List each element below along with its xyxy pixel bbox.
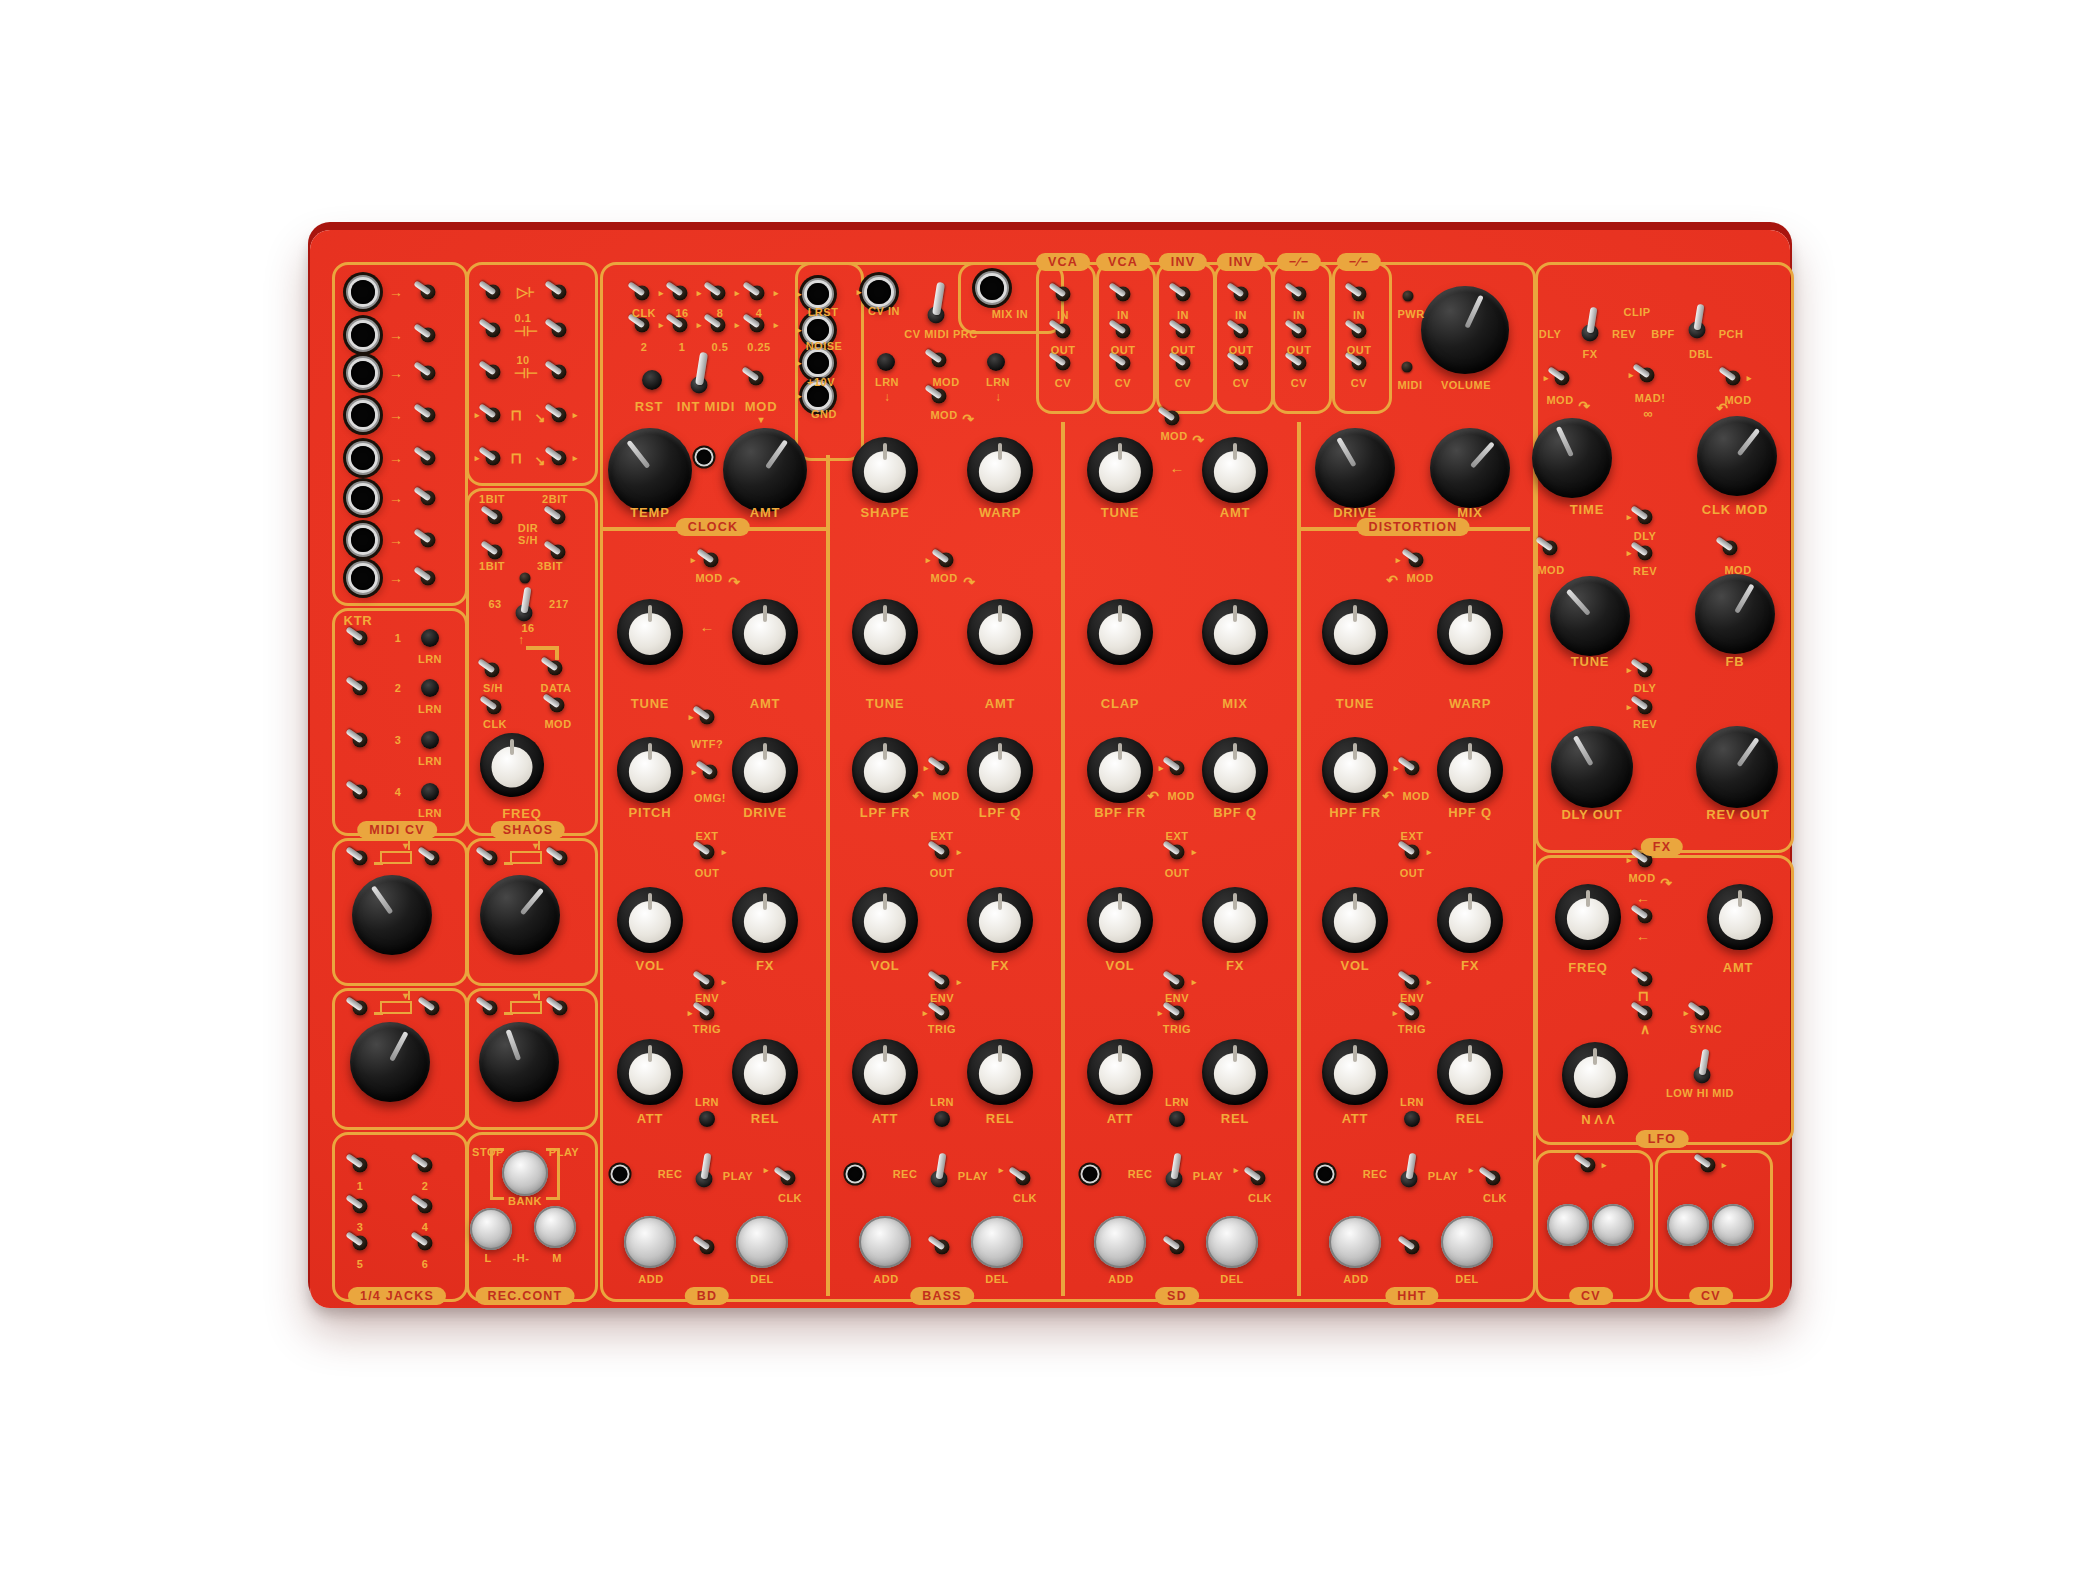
arrow-icon: ▸ — [1469, 1165, 1474, 1175]
mod-cw-icon: ↷ — [963, 574, 975, 590]
bd-seq-jack[interactable] — [613, 1167, 628, 1182]
cv2-button-right[interactable] — [1712, 1204, 1754, 1246]
bd-adddel-switch[interactable] — [692, 1232, 722, 1262]
util-badge-1: VCA — [1036, 253, 1090, 271]
patch-jack-3[interactable] — [351, 361, 375, 385]
sd-badge: SD — [1155, 1287, 1199, 1305]
mod-ccw-icon: ↶ — [1147, 788, 1159, 804]
bd-trig-label: TRIG — [693, 1023, 721, 1035]
fx-rev-out-knob[interactable] — [1696, 726, 1778, 808]
patch-switch-3[interactable] — [413, 358, 443, 388]
fx-tune-mod-switch[interactable] — [1535, 533, 1565, 563]
sd-rec-play-toggle[interactable] — [1157, 1152, 1191, 1196]
aux-jack-1[interactable] — [807, 283, 829, 305]
capacitor-icon: ⊣⊢ — [514, 323, 538, 339]
hht-seq-jack[interactable] — [1318, 1167, 1333, 1182]
patch-jack-7[interactable] — [351, 528, 375, 552]
dbl-label: DBL — [1689, 348, 1713, 360]
h-label: -H- — [513, 1252, 530, 1264]
spot2-switch-left[interactable] — [475, 993, 505, 1023]
clk-mod-label: CLK MOD — [1702, 502, 1768, 517]
lfo-shape-knob[interactable] — [1562, 1042, 1628, 1108]
util1-in-switch[interactable] — [1048, 279, 1078, 309]
bass-row3-left-knob[interactable] — [852, 737, 918, 803]
hht-lrn-button[interactable] — [1404, 1111, 1420, 1127]
sd-att-knob[interactable] — [1087, 1039, 1153, 1105]
pot1-switch-left[interactable] — [345, 843, 375, 873]
bd-row3-left-knob[interactable] — [617, 737, 683, 803]
in-label: IN — [1293, 309, 1305, 321]
arrow-icon: ▸ — [1627, 512, 1632, 522]
arrow-icon: ▸ — [735, 320, 740, 330]
quarter-jack-num: 3 — [357, 1221, 364, 1233]
bass-mod-switch-a[interactable] — [931, 545, 961, 575]
bass-mod-switch-b[interactable] — [927, 753, 957, 783]
bass-att-knob[interactable] — [852, 1039, 918, 1105]
shaos-pot-knob-1[interactable] — [480, 875, 560, 955]
patch-switch-4[interactable] — [413, 400, 443, 430]
util-badge-5: −∕− — [1277, 253, 1321, 271]
arrow-icon: ▸ — [774, 320, 779, 330]
bd-clk-switch[interactable] — [773, 1163, 803, 1193]
hht-row3-left-knob[interactable] — [1322, 737, 1388, 803]
bass-vol-knob[interactable] — [852, 887, 918, 953]
sd-ext-label: EXT — [1166, 830, 1189, 842]
sd-row1-right-knob[interactable] — [1202, 437, 1268, 503]
patch-jack-2[interactable] — [351, 323, 375, 347]
sd-adddel-switch[interactable] — [1162, 1232, 1192, 1262]
bd-rel-knob[interactable] — [732, 1039, 798, 1105]
arrow-icon: ▸ — [797, 325, 802, 335]
cv-lrn-button-left[interactable] — [877, 353, 895, 371]
patch-switch-6[interactable] — [413, 483, 443, 513]
route-arrow-icon: → — [389, 407, 403, 423]
int-midi-toggle[interactable] — [682, 358, 716, 402]
ktr-lrn-button-4[interactable] — [421, 783, 439, 801]
cv-lrn-button-right[interactable] — [987, 353, 1005, 371]
down-arrow-icon: ↓ — [995, 390, 1001, 404]
route-arrow-icon: → — [389, 327, 403, 343]
bd-row3-right-knob[interactable] — [732, 737, 798, 803]
patch-switch-7[interactable] — [413, 525, 443, 555]
ktr-lrn-button-3[interactable] — [421, 731, 439, 749]
lfo-shapes-icon: N Λ Λ — [1581, 1112, 1614, 1127]
arrow-icon: ▸ — [857, 287, 862, 297]
cv1-button-right[interactable] — [1592, 1204, 1634, 1246]
patch-jack-8[interactable] — [351, 566, 375, 590]
arrow-icon: ▸ — [1544, 373, 1549, 383]
bass-ext-label: EXT — [931, 830, 954, 842]
mix-in-jack[interactable] — [980, 276, 1004, 300]
in-label: IN — [1177, 309, 1189, 321]
bass-row2-left-label: TUNE — [866, 696, 905, 711]
hht-del-button[interactable] — [1441, 1216, 1493, 1268]
arrow-icon: ▸ — [475, 410, 480, 420]
matrix-switch-r4[interactable] — [544, 400, 574, 430]
bit-label: 3BIT — [537, 560, 563, 572]
bd-att-knob[interactable] — [617, 1039, 683, 1105]
sd-clk-switch[interactable] — [1243, 1163, 1273, 1193]
out-label: OUT — [1287, 344, 1312, 356]
bass-seq-jack[interactable] — [848, 1167, 863, 1182]
route-arrow-icon: → — [389, 284, 403, 300]
ktr-num-4: 4 — [395, 786, 402, 798]
sh-label: S/H — [483, 682, 503, 694]
fx-rev-switch-1[interactable] — [1630, 538, 1660, 568]
aux-jack-2[interactable] — [807, 319, 829, 341]
cv1-button-left[interactable] — [1547, 1204, 1589, 1246]
bd-amt-knob[interactable] — [723, 428, 807, 512]
matrix-switch-l1[interactable] — [478, 277, 508, 307]
sd-row2-left-knob[interactable] — [1087, 599, 1153, 665]
shaos-led — [520, 573, 531, 584]
clock-div-label: 16 — [675, 307, 688, 319]
route-arrow-icon: → — [389, 365, 403, 381]
matrix-switch-r2[interactable] — [544, 315, 574, 345]
shaos-mod-switch[interactable] — [542, 690, 572, 720]
mod-label: MOD — [544, 718, 571, 730]
aux-jack-4[interactable] — [807, 385, 829, 407]
aux-jack-3[interactable] — [807, 352, 829, 374]
patch-switch-1[interactable] — [413, 277, 443, 307]
bass-add-button[interactable] — [859, 1216, 911, 1268]
hht-adddel-switch[interactable] — [1397, 1232, 1427, 1262]
fx-label: FX — [1582, 348, 1597, 360]
ktr-lrn-button-1[interactable] — [421, 629, 439, 647]
cv2-switch[interactable] — [1693, 1150, 1723, 1180]
fx-mod-switch-right[interactable] — [1718, 363, 1748, 393]
bass-row1-right-knob[interactable] — [967, 437, 1033, 503]
arrow-icon: ▸ — [1427, 847, 1432, 857]
quarter-jack-switch-4[interactable] — [410, 1191, 440, 1221]
pot2-switch-right[interactable] — [417, 993, 447, 1023]
shaos-pot-knob-2[interactable] — [479, 1022, 559, 1102]
mod-label: MOD — [1628, 872, 1655, 884]
lfo-amt-knob[interactable] — [1707, 884, 1773, 950]
bd-row2-right-knob[interactable] — [732, 599, 798, 665]
midi-cv-badge: MIDI CV — [357, 821, 437, 839]
ktr-switch-4[interactable] — [345, 777, 375, 807]
sd-row2-right-knob[interactable] — [1202, 599, 1268, 665]
fx-mad-switch[interactable] — [1632, 360, 1662, 390]
fx-bpf-pch-toggle[interactable] — [1680, 303, 1714, 347]
mod-cw-icon: ↷ — [1660, 875, 1672, 891]
sd-fx-knob[interactable] — [1202, 887, 1268, 953]
bd-rec-label: REC — [658, 1168, 683, 1180]
fx-dly-switch-1[interactable] — [1630, 502, 1660, 532]
out-label: OUT — [1111, 344, 1136, 356]
lfo-range-toggle[interactable] — [1685, 1048, 1719, 1092]
matrix-switch-l5[interactable] — [478, 443, 508, 473]
arrow-icon: ▸ — [735, 288, 740, 298]
bass-row2-left-knob[interactable] — [852, 599, 918, 665]
hht-row2-left-label: TUNE — [1336, 696, 1375, 711]
cv1-switch[interactable] — [1573, 1150, 1603, 1180]
bass-row3-right-knob[interactable] — [967, 737, 1033, 803]
capacitor-icon: ⊣⊢ — [514, 365, 538, 381]
matrix-switch-l2[interactable] — [478, 315, 508, 345]
spot2-switch-right[interactable] — [545, 993, 575, 1023]
quarter-jack-switch-3[interactable] — [345, 1191, 375, 1221]
bd-play-label: PLAY — [723, 1170, 753, 1182]
bass-rec-play-toggle[interactable] — [922, 1152, 956, 1196]
hht-play-label: PLAY — [1428, 1170, 1458, 1182]
arrow-icon: ▸ — [689, 712, 694, 722]
bit-switch-2[interactable] — [543, 502, 573, 532]
arrow-icon: ▸ — [691, 555, 696, 565]
ktr-switch-2[interactable] — [345, 673, 375, 703]
bd-mod-switch-a[interactable] — [696, 545, 726, 575]
arrow-icon: ▸ — [697, 288, 702, 298]
sd-row3-left-knob[interactable] — [1087, 737, 1153, 803]
sd-vol-knob[interactable] — [1087, 887, 1153, 953]
decay-icon: ↘ — [535, 410, 546, 425]
hht-drive-knob[interactable] — [1315, 428, 1395, 508]
bass-play-label: PLAY — [958, 1170, 988, 1182]
cv-label: CV — [1115, 377, 1131, 389]
lfo-freq-knob[interactable] — [1555, 884, 1621, 950]
midi-label: MIDI — [1397, 379, 1422, 391]
bass-out-label: OUT — [930, 867, 955, 879]
arrow-left-icon: ← — [1170, 459, 1185, 476]
bit-switch-1[interactable] — [480, 502, 510, 532]
hht-mix-knob[interactable] — [1430, 428, 1510, 508]
int-midi-label: INT MIDI — [677, 399, 735, 414]
hht-clk-label: CLK — [1483, 1192, 1507, 1204]
bass-rel-knob[interactable] — [967, 1039, 1033, 1105]
patch-jack-5[interactable] — [351, 446, 375, 470]
hht-row3-right-label: HPF Q — [1448, 805, 1492, 820]
bd-add-button[interactable] — [624, 1216, 676, 1268]
hht-mod-switch-a[interactable] — [1401, 545, 1431, 575]
cv-label: CV — [1055, 377, 1071, 389]
bd-del-button[interactable] — [736, 1216, 788, 1268]
shaos-sh-switch[interactable] — [477, 655, 507, 685]
hht-vol-knob[interactable] — [1322, 887, 1388, 953]
arrow-icon: ▸ — [688, 1008, 693, 1018]
dly-label: DLY — [1634, 530, 1657, 542]
bass-clk-switch[interactable] — [1008, 1163, 1038, 1193]
shaos-badge: SHAOS — [491, 821, 565, 839]
fx-fb-knob[interactable] — [1695, 574, 1775, 654]
bd-wtf-switch[interactable] — [692, 702, 722, 732]
bd-temp-knob[interactable] — [608, 428, 692, 512]
aux-jack-strip-box — [795, 262, 864, 461]
sd-del-button[interactable] — [1206, 1216, 1258, 1268]
hht-att-label: ATT — [1342, 1111, 1369, 1126]
sd-rec-label: REC — [1128, 1168, 1153, 1180]
matrix-switch-l3[interactable] — [478, 357, 508, 387]
arrow-icon: ▸ — [764, 1165, 769, 1175]
patch-switch-2[interactable] — [413, 320, 443, 350]
divider-line — [826, 455, 830, 1296]
clock-div-switch-a4[interactable] — [742, 278, 772, 308]
arrow-left-icon: ← — [700, 618, 715, 635]
patch-jack-4[interactable] — [351, 403, 375, 427]
bd-top-jack[interactable] — [697, 450, 712, 465]
bass-lrn-button[interactable] — [934, 1111, 950, 1127]
fx-clk-mod-knob[interactable] — [1697, 416, 1777, 496]
hht-env-label: ENV — [1400, 992, 1424, 1004]
clock-div-switch-a1[interactable] — [627, 278, 657, 308]
clock-div-switch-a2[interactable] — [665, 278, 695, 308]
patch-jack-6[interactable] — [351, 486, 375, 510]
tune-label: TUNE — [1571, 654, 1610, 669]
util6-in-switch[interactable] — [1344, 279, 1374, 309]
cv-in-jack[interactable] — [867, 280, 891, 304]
quarter-jack-switch-2[interactable] — [410, 1150, 440, 1180]
lrn-label: LRN — [986, 376, 1010, 388]
ktr-num-1: 1 — [395, 632, 402, 644]
quarter-jacks-badge: 1/4 JACKS — [348, 1287, 446, 1305]
hht-clk-switch[interactable] — [1478, 1163, 1508, 1193]
bass-row2-right-knob[interactable] — [967, 599, 1033, 665]
rec-l-button[interactable] — [470, 1208, 512, 1250]
ktr-lrn-label: LRN — [418, 807, 442, 819]
bass-row1-left-knob[interactable] — [852, 437, 918, 503]
patch-jack-1[interactable] — [351, 280, 375, 304]
clk-label: CLK — [483, 718, 507, 730]
util2-in-switch[interactable] — [1108, 279, 1138, 309]
clock-rst-button[interactable] — [642, 370, 662, 390]
distortion-badge: DISTORTION — [1357, 518, 1470, 536]
fx-mod-switch-left[interactable] — [1547, 363, 1577, 393]
hht-att-knob[interactable] — [1322, 1039, 1388, 1105]
patch-jacks-box — [332, 262, 468, 606]
hht-row2-left-knob[interactable] — [1322, 599, 1388, 665]
in-label: IN — [1235, 309, 1247, 321]
sd-row3-right-knob[interactable] — [1202, 737, 1268, 803]
rec-m-button[interactable] — [534, 1206, 576, 1248]
out-label: OUT — [1051, 344, 1076, 356]
bd-fx-knob[interactable] — [732, 887, 798, 953]
clock-div-switch-a3[interactable] — [703, 278, 733, 308]
cv-pot-knob-2[interactable] — [350, 1022, 430, 1102]
arrow-icon: ▸ — [1627, 855, 1632, 865]
pulse-icon: ⊓ — [1638, 988, 1649, 1004]
sd-rel-knob[interactable] — [1202, 1039, 1268, 1105]
bass-adddel-switch[interactable] — [927, 1232, 957, 1262]
sd-row1-left-knob[interactable] — [1087, 437, 1153, 503]
shaos-freq-knob[interactable] — [480, 733, 544, 797]
spot1-switch-left[interactable] — [475, 843, 505, 873]
cv-mod-switch-1[interactable] — [924, 345, 954, 375]
patch-switch-5[interactable] — [413, 443, 443, 473]
sd-seq-jack[interactable] — [1083, 1167, 1098, 1182]
hht-rel-knob[interactable] — [1437, 1039, 1503, 1105]
matrix-switch-r5[interactable] — [544, 443, 574, 473]
noise-label: NOISE — [806, 340, 843, 352]
cv2-button-left[interactable] — [1667, 1204, 1709, 1246]
bd-omg-switch[interactable] — [695, 757, 725, 787]
arrow-icon: ▸ — [957, 977, 962, 987]
bank-button[interactable] — [502, 1150, 548, 1196]
shaos-data-switch[interactable] — [540, 653, 570, 683]
sd-row3-left-label: BPF FR — [1094, 805, 1146, 820]
quarter-jack-num: 5 — [357, 1258, 364, 1270]
bass-fx-knob[interactable] — [967, 887, 1033, 953]
in-label: IN — [1353, 309, 1365, 321]
out-label: OUT — [1229, 344, 1254, 356]
hht-row2-right-knob[interactable] — [1437, 599, 1503, 665]
util4-in-switch[interactable] — [1226, 279, 1256, 309]
hht-mod-switch-b[interactable] — [1397, 753, 1427, 783]
pwr-led — [1403, 291, 1414, 302]
quarter-jack-switch-1[interactable] — [345, 1150, 375, 1180]
dly-out-label: DLY OUT — [1561, 807, 1622, 822]
bit-label: 1BIT — [479, 560, 505, 572]
ktr-switch-1[interactable] — [345, 623, 375, 653]
cv-midi-prc-toggle[interactable] — [919, 288, 953, 332]
hht-del-label: DEL — [1455, 1273, 1479, 1285]
volume-knob[interactable] — [1421, 286, 1509, 374]
m-label: M — [552, 1252, 562, 1264]
sd-lrn-button[interactable] — [1169, 1111, 1185, 1127]
fx-dly-switch-2[interactable] — [1630, 655, 1660, 685]
spot1-switch-right[interactable] — [545, 843, 575, 873]
patch-switch-8[interactable] — [413, 563, 443, 593]
ktr-lrn-button-2[interactable] — [421, 679, 439, 697]
arrow-icon: ▸ — [659, 288, 664, 298]
hht-fx-label: FX — [1461, 958, 1479, 973]
ktr-num-2: 2 — [395, 682, 402, 694]
bd-rec-play-toggle[interactable] — [687, 1152, 721, 1196]
bd-vol-knob[interactable] — [617, 887, 683, 953]
clock-div-label: 8 — [717, 307, 724, 319]
mod-cw-icon: ↷ — [1578, 398, 1590, 414]
arrow-icon: ▸ — [1684, 1008, 1689, 1018]
arrow-icon: ▸ — [573, 453, 578, 463]
fx-dly-rev-toggle[interactable] — [1573, 306, 1607, 350]
arrow-icon: ▸ — [659, 320, 664, 330]
fx-tune-knob[interactable] — [1550, 576, 1630, 656]
hht-add-button[interactable] — [1329, 1216, 1381, 1268]
bd-lrn-button[interactable] — [699, 1111, 715, 1127]
hht-row3-right-knob[interactable] — [1437, 737, 1503, 803]
clock-mod-switch[interactable] — [741, 363, 771, 393]
ktr-switch-3[interactable] — [345, 725, 375, 755]
cv-label: CV — [1233, 377, 1249, 389]
util5-in-switch[interactable] — [1284, 279, 1314, 309]
sh-label: S/H — [518, 534, 538, 546]
fx-time-knob[interactable] — [1532, 418, 1612, 498]
mod-ccw-icon: ↶ — [1716, 400, 1728, 416]
hht-fx-knob[interactable] — [1437, 887, 1503, 953]
play-label: PLAY — [549, 1146, 579, 1158]
bd-row2-left-knob[interactable] — [617, 599, 683, 665]
fx-dly-out-knob[interactable] — [1551, 726, 1633, 808]
ktr-lrn-label: LRN — [418, 653, 442, 665]
lfo-badge: LFO — [1636, 1130, 1689, 1148]
sd-add-button[interactable] — [1094, 1216, 1146, 1268]
sd-trig-label: TRIG — [1163, 1023, 1191, 1035]
bass-del-button[interactable] — [971, 1216, 1023, 1268]
matrix-switch-r1[interactable] — [544, 277, 574, 307]
matrix-switch-l4[interactable] — [478, 400, 508, 430]
arrow-icon: ▸ — [1627, 665, 1632, 675]
pot1-switch-right[interactable] — [417, 843, 447, 873]
sd-mod-switch-b[interactable] — [1162, 753, 1192, 783]
bd-ext-label: EXT — [696, 830, 719, 842]
midi-led — [1402, 362, 1413, 373]
cv-pot-knob-1[interactable] — [352, 875, 432, 955]
bass-lrn-label: LRN — [930, 1096, 954, 1108]
util3-in-switch[interactable] — [1168, 279, 1198, 309]
cv-label: CV — [1351, 377, 1367, 389]
matrix-switch-r3[interactable] — [544, 357, 574, 387]
hht-rec-play-toggle[interactable] — [1392, 1152, 1426, 1196]
sd-top-mod-switch[interactable] — [1157, 403, 1187, 433]
